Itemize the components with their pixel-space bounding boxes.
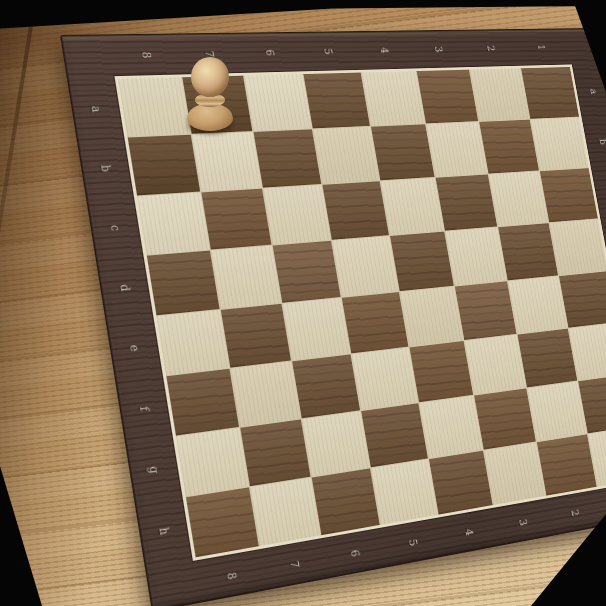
square-g4[interactable] [419, 396, 483, 459]
square-f5[interactable] [352, 347, 418, 410]
square-d8[interactable] [147, 251, 220, 315]
square-d5[interactable] [332, 236, 398, 296]
square-a1[interactable] [521, 67, 579, 119]
square-b5[interactable] [313, 127, 379, 184]
square-g5[interactable] [362, 403, 428, 467]
square-g8[interactable] [176, 428, 249, 496]
square-a8[interactable] [118, 77, 191, 136]
square-b4[interactable] [371, 124, 435, 180]
square-f8[interactable] [166, 368, 239, 435]
square-h8[interactable] [186, 487, 259, 557]
square-f3[interactable] [464, 334, 526, 394]
square-a2[interactable] [470, 68, 530, 121]
square-d6[interactable] [273, 241, 341, 302]
square-f6[interactable] [292, 354, 360, 418]
white-pawn[interactable] [185, 57, 235, 133]
square-d7[interactable] [211, 246, 281, 308]
square-a5[interactable] [304, 73, 370, 129]
square-e8[interactable] [157, 309, 230, 374]
pawn-head [191, 57, 229, 97]
square-b8[interactable] [128, 135, 201, 196]
square-g3[interactable] [474, 388, 536, 449]
square-c1[interactable] [540, 168, 598, 222]
square-e6[interactable] [283, 297, 351, 360]
square-h2[interactable] [537, 434, 597, 495]
square-e7[interactable] [221, 303, 291, 367]
square-e5[interactable] [342, 292, 408, 353]
square-c5[interactable] [323, 182, 389, 241]
square-g6[interactable] [302, 411, 370, 476]
chess-board: 87654321 87654321 abcdefgh abcdefgh [60, 28, 606, 606]
square-d1[interactable] [549, 219, 606, 274]
square-c3[interactable] [435, 175, 497, 231]
square-c4[interactable] [380, 178, 444, 235]
square-e2[interactable] [508, 276, 568, 334]
square-a4[interactable] [361, 71, 425, 126]
square-e1[interactable] [559, 271, 606, 328]
square-c6[interactable] [263, 185, 331, 245]
square-g7[interactable] [240, 419, 310, 486]
square-e4[interactable] [399, 286, 463, 346]
square-f4[interactable] [409, 341, 473, 402]
square-f7[interactable] [231, 361, 301, 426]
pawn-base [187, 103, 233, 131]
square-h3[interactable] [484, 442, 546, 505]
square-a3[interactable] [416, 70, 478, 124]
square-b3[interactable] [426, 122, 488, 177]
square-d3[interactable] [445, 228, 507, 286]
square-h7[interactable] [250, 478, 320, 546]
board-perspective-wrap: 87654321 87654321 abcdefgh abcdefgh [60, 28, 606, 606]
square-b7[interactable] [192, 132, 262, 192]
square-b1[interactable] [530, 118, 588, 171]
square-h5[interactable] [371, 459, 437, 524]
square-h6[interactable] [312, 468, 380, 535]
square-c7[interactable] [202, 189, 272, 250]
board-squares-grid [114, 64, 606, 561]
chessboard-photo: 87654321 87654321 abcdefgh abcdefgh [0, 0, 606, 606]
square-c8[interactable] [137, 193, 210, 255]
square-b2[interactable] [479, 120, 539, 174]
square-a6[interactable] [244, 74, 312, 131]
square-h4[interactable] [428, 451, 492, 515]
square-c2[interactable] [488, 172, 548, 227]
square-b6[interactable] [254, 129, 322, 187]
square-g2[interactable] [527, 381, 587, 441]
square-d4[interactable] [390, 232, 454, 291]
square-e3[interactable] [454, 281, 516, 340]
square-f2[interactable] [517, 328, 577, 387]
square-d2[interactable] [498, 224, 558, 280]
